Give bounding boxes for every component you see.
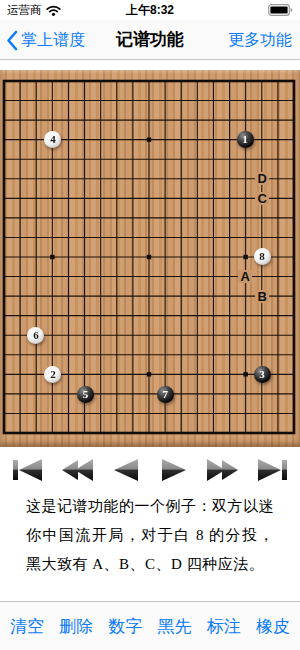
stone-black-3: 3 bbox=[254, 366, 271, 383]
board-label-A: A bbox=[238, 270, 251, 283]
skip-to-end-icon bbox=[254, 458, 290, 482]
stone-white-4: 4 bbox=[44, 131, 61, 148]
board-intersections-grid: 12345678ABCD bbox=[0, 71, 300, 443]
clear-button[interactable]: 清空 bbox=[10, 615, 44, 638]
step-backward-button[interactable] bbox=[106, 456, 146, 484]
go-board[interactable]: 12345678ABCD bbox=[0, 70, 300, 447]
board-label-B: B bbox=[255, 290, 268, 303]
stone-black-7: 7 bbox=[157, 386, 174, 403]
back-button-label: 掌上谱度 bbox=[21, 30, 85, 51]
app-screen: 运营商 上午8:32 记谱功能 掌上谱度 bbox=[0, 0, 300, 650]
board-label-C: C bbox=[255, 192, 268, 205]
battery-icon bbox=[268, 4, 293, 16]
description-text: 这是记谱功能的一个例子：双方以迷你中国流开局，对于白 8 的分投，黑大致有 A、… bbox=[0, 492, 300, 579]
eraser-button[interactable]: 橡皮 bbox=[256, 615, 290, 638]
more-functions-button[interactable]: 更多功能 bbox=[228, 20, 292, 60]
bottom-toolbar: 清空 删除 数字 黑先 标注 橡皮 bbox=[0, 601, 300, 650]
playback-controls bbox=[0, 449, 300, 491]
annotate-button[interactable]: 标注 bbox=[207, 615, 241, 638]
stone-white-6: 6 bbox=[27, 327, 44, 344]
more-functions-label: 更多功能 bbox=[228, 30, 292, 51]
skip-to-start-button[interactable] bbox=[8, 456, 48, 484]
clock: 上午8:32 bbox=[0, 2, 300, 19]
board-label-D: D bbox=[255, 172, 268, 185]
black-first-button[interactable]: 黑先 bbox=[158, 615, 192, 638]
skip-to-end-button[interactable] bbox=[252, 456, 292, 484]
back-button[interactable]: 掌上谱度 bbox=[6, 20, 85, 60]
step-forward-button[interactable] bbox=[154, 456, 194, 484]
fast-rewind-button[interactable] bbox=[57, 456, 97, 484]
stone-white-2: 2 bbox=[44, 366, 61, 383]
skip-to-start-icon bbox=[10, 458, 46, 482]
numbers-button[interactable]: 数字 bbox=[108, 615, 142, 638]
stone-black-5: 5 bbox=[77, 386, 94, 403]
step-forward-icon bbox=[156, 458, 192, 482]
stone-white-8: 8 bbox=[254, 248, 271, 265]
fast-forward-button[interactable] bbox=[203, 456, 243, 484]
fast-rewind-icon bbox=[59, 458, 95, 482]
chevron-left-icon bbox=[6, 30, 18, 51]
step-backward-icon bbox=[108, 458, 144, 482]
fast-forward-icon bbox=[205, 458, 241, 482]
nav-bar: 记谱功能 掌上谱度 更多功能 bbox=[0, 20, 300, 60]
stone-black-1: 1 bbox=[237, 131, 254, 148]
delete-button[interactable]: 删除 bbox=[59, 615, 93, 638]
status-bar: 运营商 上午8:32 bbox=[0, 0, 300, 20]
